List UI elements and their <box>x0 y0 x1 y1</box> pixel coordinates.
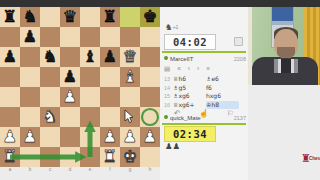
square-h1[interactable] <box>140 147 160 167</box>
online-dot <box>164 115 168 119</box>
move-number: 13 <box>164 75 173 84</box>
square-a2[interactable]: ♟ <box>0 127 20 147</box>
file-label-f: f <box>100 167 120 173</box>
piece-black-pawn[interactable]: ♟ <box>20 27 40 47</box>
square-h7[interactable] <box>140 27 160 47</box>
file-label-c: c <box>40 167 60 173</box>
square-f7[interactable] <box>100 27 120 47</box>
board-coords: abcdefgh <box>0 167 160 173</box>
square-c2[interactable] <box>40 127 60 147</box>
clock-settings-icon[interactable] <box>234 37 243 46</box>
time-bar-bottom <box>162 123 246 125</box>
piece-black-pawn[interactable]: ♟ <box>100 47 120 67</box>
square-g7[interactable] <box>120 27 140 47</box>
move-number: 14 <box>164 84 173 93</box>
captured-pieces-top: ♞+1 <box>165 23 178 32</box>
square-c8[interactable] <box>40 7 60 27</box>
square-h2[interactable]: ♟ <box>140 127 160 147</box>
online-dot <box>164 56 168 60</box>
next-move-icon[interactable]: › <box>197 65 199 73</box>
square-e2[interactable] <box>80 127 100 147</box>
piece-white-pawn[interactable]: ♟ <box>120 127 140 147</box>
square-b6[interactable] <box>20 47 40 67</box>
chess-board: ♜♞♛♜♚♟♟♞♝♟♛♟♝♟♞♟♟♟♟♟♜♜♚ <box>0 7 160 167</box>
square-f5[interactable] <box>100 67 120 87</box>
captured-pieces-bottom: ♟♟ <box>165 142 180 151</box>
piece-black-queen[interactable]: ♛ <box>60 7 80 27</box>
square-a8[interactable]: ♜ <box>0 7 20 27</box>
square-a7[interactable] <box>0 27 20 47</box>
square-b1[interactable] <box>20 147 40 167</box>
captured-glyphs-top: ♞ <box>165 22 173 32</box>
move-number: 16 <box>164 101 173 110</box>
white-move[interactable]: ♕h6 <box>173 75 206 84</box>
square-g8[interactable] <box>120 7 140 27</box>
piece-white-pawn[interactable]: ♟ <box>140 127 160 147</box>
player-top-name[interactable]: MarcelIT <box>170 56 193 62</box>
square-d8[interactable]: ♛ <box>60 7 80 27</box>
analysis-board-icon[interactable]: ▤ <box>164 65 170 73</box>
square-h6[interactable] <box>140 47 160 67</box>
player-bottom-row: quick_Mate 2137 <box>164 114 246 122</box>
piece-black-king[interactable]: ♚ <box>140 7 160 27</box>
black-move[interactable]: ♔h8 <box>206 101 239 110</box>
clock-top: 04:02 <box>164 34 216 50</box>
piece-white-king[interactable]: ♚ <box>120 147 140 167</box>
square-h3[interactable] <box>140 107 160 127</box>
square-d3[interactable] <box>60 107 80 127</box>
piece-black-bishop[interactable]: ♝ <box>80 47 100 67</box>
player-top-rating: 2208 <box>234 55 246 63</box>
move-list: 13♕h6♗e614♗g5f615♗xg6hxg616♕xg6+♔h8 <box>164 75 246 109</box>
file-label-g: g <box>120 167 140 173</box>
top-bar <box>0 0 320 7</box>
piece-black-knight[interactable]: ♞ <box>40 47 60 67</box>
square-g3[interactable] <box>120 107 140 127</box>
square-b3[interactable] <box>20 107 40 127</box>
square-g1[interactable]: ♚ <box>120 147 140 167</box>
square-h5[interactable] <box>140 67 160 87</box>
piece-black-knight[interactable]: ♞ <box>20 7 40 27</box>
time-bar-top <box>162 51 246 53</box>
square-f8[interactable]: ♜ <box>100 7 120 27</box>
prev-move-icon[interactable]: ‹ <box>188 65 190 73</box>
side-panel: ♞+1 04:02 MarcelIT 2208 ▤«‹›» 13♕h6♗e614… <box>160 7 248 180</box>
streamer-beard <box>277 47 295 58</box>
piece-black-pawn[interactable]: ♟ <box>0 47 20 67</box>
material-advantage: +1 <box>173 24 179 30</box>
square-f1[interactable]: ♜ <box>100 147 120 167</box>
piece-white-bishop[interactable]: ♝ <box>120 67 140 87</box>
square-d5[interactable]: ♟ <box>60 67 80 87</box>
streamer-collar <box>274 59 298 73</box>
square-c5[interactable] <box>40 67 60 87</box>
piece-white-queen[interactable]: ♛ <box>120 47 140 67</box>
move-row: 15♗xg6hxg6 <box>164 92 246 101</box>
square-g5[interactable]: ♝ <box>120 67 140 87</box>
piece-white-pawn[interactable]: ♟ <box>100 127 120 147</box>
logo-text: Chess <box>309 156 320 161</box>
square-a4[interactable] <box>0 87 20 107</box>
stream-logo: ♜ Chess <box>301 151 320 169</box>
square-f3[interactable] <box>100 107 120 127</box>
square-d6[interactable] <box>60 47 80 67</box>
square-f2[interactable]: ♟ <box>100 127 120 147</box>
square-c4[interactable] <box>40 87 60 107</box>
move-number: 15 <box>164 92 173 101</box>
square-a1[interactable]: ♜ <box>0 147 20 167</box>
last-move-icon[interactable]: » <box>206 65 210 73</box>
square-c6[interactable]: ♞ <box>40 47 60 67</box>
square-e5[interactable] <box>80 67 100 87</box>
player-bottom-name[interactable]: quick_Mate <box>170 115 201 121</box>
square-b7[interactable]: ♟ <box>20 27 40 47</box>
square-b2[interactable]: ♟ <box>20 127 40 147</box>
square-e1[interactable] <box>80 147 100 167</box>
square-h8[interactable]: ♚ <box>140 7 160 27</box>
square-f6[interactable]: ♟ <box>100 47 120 67</box>
square-h4[interactable] <box>140 87 160 107</box>
file-label-b: b <box>20 167 40 173</box>
square-c3[interactable]: ♞ <box>40 107 60 127</box>
move-row: 13♕h6♗e6 <box>164 75 246 84</box>
square-b4[interactable] <box>20 87 40 107</box>
square-e4[interactable] <box>80 87 100 107</box>
move-row: 14♗g5f6 <box>164 84 246 93</box>
replay-toolbar: ▤«‹›» <box>164 65 244 73</box>
square-e7[interactable] <box>80 27 100 47</box>
square-d7[interactable] <box>60 27 80 47</box>
white-move[interactable]: ♕xg6+ <box>173 101 206 110</box>
square-b5[interactable] <box>20 67 40 87</box>
piece-white-rook[interactable]: ♜ <box>100 147 120 167</box>
square-f4[interactable] <box>100 87 120 107</box>
black-move[interactable]: ♗e6 <box>206 75 239 84</box>
piece-black-rook[interactable]: ♜ <box>0 7 20 27</box>
square-g2[interactable]: ♟ <box>120 127 140 147</box>
square-a3[interactable] <box>0 107 20 127</box>
white-move[interactable]: ♗g5 <box>173 84 206 93</box>
square-e8[interactable] <box>80 7 100 27</box>
square-b8[interactable]: ♞ <box>20 7 40 27</box>
square-d4[interactable]: ♟ <box>60 87 80 107</box>
clock-bottom: 02:34 <box>164 126 216 142</box>
file-label-d: d <box>60 167 80 173</box>
square-a5[interactable] <box>0 67 20 87</box>
piece-white-knight[interactable]: ♞ <box>40 107 60 127</box>
stream-frame: ♜♞♛♜♚♟♟♞♝♟♛♟♝♟♞♟♟♟♟♟♜♜♚ abcdefgh ♞+1 04:… <box>0 0 320 180</box>
square-e3[interactable] <box>80 107 100 127</box>
square-d2[interactable] <box>60 127 80 147</box>
piece-black-pawn[interactable]: ♟ <box>60 67 80 87</box>
piece-white-pawn[interactable]: ♟ <box>0 127 20 147</box>
square-g6[interactable]: ♛ <box>120 47 140 67</box>
piece-black-rook[interactable]: ♜ <box>100 7 120 27</box>
first-move-icon[interactable]: « <box>177 65 181 73</box>
piece-white-rook[interactable]: ♜ <box>0 147 20 167</box>
file-label-h: h <box>140 167 160 173</box>
player-top-row: MarcelIT 2208 <box>164 55 246 63</box>
piece-white-pawn[interactable]: ♟ <box>20 127 40 147</box>
square-g4[interactable] <box>120 87 140 107</box>
white-move[interactable]: ♗xg6 <box>173 92 206 101</box>
file-label-a: a <box>0 167 20 173</box>
square-a6[interactable]: ♟ <box>0 47 20 67</box>
black-move[interactable]: f6 <box>206 84 239 93</box>
webcam-video <box>248 7 320 85</box>
square-c7[interactable] <box>40 27 60 47</box>
square-d1[interactable] <box>60 147 80 167</box>
player-bottom-rating: 2137 <box>234 114 246 122</box>
square-c1[interactable] <box>40 147 60 167</box>
black-move[interactable]: hxg6 <box>206 92 239 101</box>
move-row: 16♕xg6+♔h8 <box>164 101 246 110</box>
piece-white-pawn[interactable]: ♟ <box>60 87 80 107</box>
square-e6[interactable]: ♝ <box>80 47 100 67</box>
file-label-e: e <box>80 167 100 173</box>
